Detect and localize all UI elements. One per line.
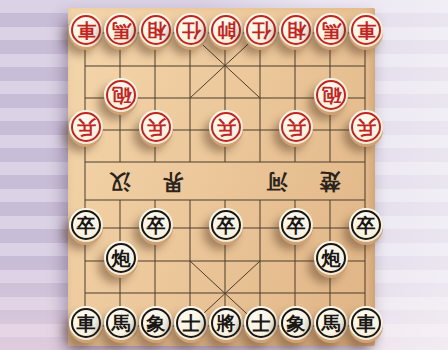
piece-face: 兵 [71,112,101,142]
piece-red-chariot[interactable]: 車 [69,13,103,47]
piece-face: 兵 [141,112,171,142]
piece-glyph: 仕 [182,21,201,40]
piece-face: 砲 [106,80,136,110]
piece-red-elephant[interactable]: 相 [139,13,173,47]
piece-red-soldier[interactable]: 兵 [139,110,173,144]
piece-face: 卒 [351,210,381,240]
piece-face: 車 [71,15,101,45]
piece-black-advisor[interactable]: 士 [244,306,278,340]
piece-black-horse[interactable]: 馬 [104,306,138,340]
piece-red-cannon[interactable]: 砲 [314,78,348,112]
photo-backdrop: 汉 界 河 楚 車馬相仕帥仕相馬車砲砲兵兵兵兵兵卒卒卒卒卒炮炮車馬象士將士象馬車 [0,0,448,350]
piece-glyph: 車 [77,21,96,40]
piece-face: 馬 [106,15,136,45]
piece-face: 士 [246,308,276,338]
piece-black-cannon[interactable]: 炮 [104,241,138,275]
piece-glyph: 兵 [77,118,96,137]
piece-face: 車 [71,308,101,338]
piece-face: 炮 [106,243,136,273]
piece-black-advisor[interactable]: 士 [174,306,208,340]
piece-glyph: 馬 [112,314,131,333]
piece-glyph: 卒 [217,216,236,235]
piece-glyph: 車 [357,314,376,333]
piece-glyph: 馬 [322,21,341,40]
piece-glyph: 將 [217,314,236,333]
piece-face: 炮 [316,243,346,273]
piece-red-horse[interactable]: 馬 [104,13,138,47]
piece-black-general[interactable]: 將 [209,306,243,340]
piece-glyph: 帥 [217,21,236,40]
piece-glyph: 卒 [147,216,166,235]
piece-face: 象 [141,308,171,338]
piece-black-cannon[interactable]: 炮 [314,241,348,275]
piece-glyph: 相 [287,21,306,40]
xiangqi-board[interactable]: 汉 界 河 楚 車馬相仕帥仕相馬車砲砲兵兵兵兵兵卒卒卒卒卒炮炮車馬象士將士象馬車 [68,8,375,346]
piece-black-soldier[interactable]: 卒 [209,208,243,242]
piece-glyph: 砲 [112,86,131,105]
piece-glyph: 兵 [217,118,236,137]
piece-glyph: 炮 [322,249,341,268]
piece-red-soldier[interactable]: 兵 [209,110,243,144]
piece-black-elephant[interactable]: 象 [279,306,313,340]
piece-face: 相 [281,15,311,45]
piece-glyph: 兵 [287,118,306,137]
piece-face: 帥 [211,15,241,45]
piece-glyph: 相 [147,21,166,40]
piece-face: 砲 [316,80,346,110]
piece-face: 士 [176,308,206,338]
piece-face: 馬 [316,15,346,45]
piece-black-elephant[interactable]: 象 [139,306,173,340]
piece-face: 馬 [106,308,136,338]
piece-glyph: 象 [147,314,166,333]
piece-glyph: 車 [357,21,376,40]
piece-red-elephant[interactable]: 相 [279,13,313,47]
piece-glyph: 士 [182,314,201,333]
piece-face: 相 [141,15,171,45]
piece-red-soldier[interactable]: 兵 [279,110,313,144]
piece-face: 卒 [71,210,101,240]
piece-face: 卒 [141,210,171,240]
river-char-chu: 楚 [315,168,345,196]
piece-glyph: 卒 [287,216,306,235]
piece-red-soldier[interactable]: 兵 [349,110,383,144]
piece-red-soldier[interactable]: 兵 [69,110,103,144]
piece-black-soldier[interactable]: 卒 [349,208,383,242]
piece-glyph: 馬 [322,314,341,333]
piece-glyph: 象 [287,314,306,333]
piece-face: 兵 [281,112,311,142]
piece-red-chariot[interactable]: 車 [349,13,383,47]
piece-glyph: 炮 [112,249,131,268]
piece-black-chariot[interactable]: 車 [69,306,103,340]
piece-face: 馬 [316,308,346,338]
piece-black-soldier[interactable]: 卒 [69,208,103,242]
piece-face: 將 [211,308,241,338]
piece-glyph: 砲 [322,86,341,105]
river-char-jie: 界 [158,168,188,196]
piece-face: 卒 [211,210,241,240]
piece-glyph: 卒 [77,216,96,235]
river-char-han: 汉 [105,168,135,196]
piece-face: 卒 [281,210,311,240]
piece-red-advisor[interactable]: 仕 [244,13,278,47]
piece-black-horse[interactable]: 馬 [314,306,348,340]
piece-black-soldier[interactable]: 卒 [279,208,313,242]
piece-red-horse[interactable]: 馬 [314,13,348,47]
river-char-he: 河 [262,168,292,196]
piece-glyph: 士 [252,314,271,333]
piece-black-chariot[interactable]: 車 [349,306,383,340]
piece-glyph: 兵 [147,118,166,137]
piece-face: 兵 [351,112,381,142]
piece-face: 車 [351,308,381,338]
piece-face: 兵 [211,112,241,142]
piece-glyph: 馬 [112,21,131,40]
piece-red-general[interactable]: 帥 [209,13,243,47]
piece-face: 象 [281,308,311,338]
piece-face: 仕 [246,15,276,45]
piece-glyph: 兵 [357,118,376,137]
piece-glyph: 卒 [357,216,376,235]
piece-red-cannon[interactable]: 砲 [104,78,138,112]
piece-glyph: 車 [77,314,96,333]
piece-black-soldier[interactable]: 卒 [139,208,173,242]
piece-red-advisor[interactable]: 仕 [174,13,208,47]
piece-glyph: 仕 [252,21,271,40]
piece-face: 車 [351,15,381,45]
piece-face: 仕 [176,15,206,45]
